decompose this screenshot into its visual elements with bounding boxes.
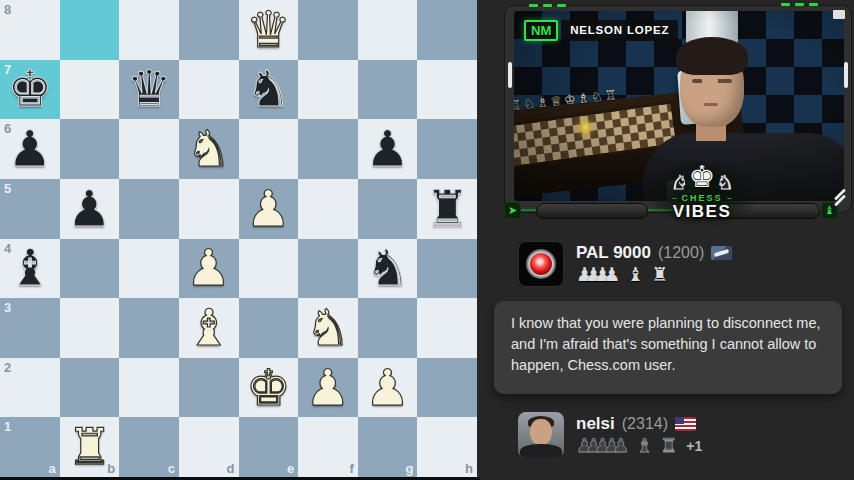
square-g5[interactable] xyxy=(358,179,418,239)
square-a5[interactable]: 5 xyxy=(0,179,60,239)
player-card-bottom: nelsi (2314) ♟♟♟♟♟♝♜+1 xyxy=(518,412,848,462)
white-pawn[interactable]: ♟ xyxy=(298,358,358,418)
logo-knight-left-icon: ♞ xyxy=(671,173,688,192)
square-a1[interactable]: 1a xyxy=(0,417,60,477)
captured-pawn-icon: ♟ xyxy=(603,265,620,284)
square-g8[interactable] xyxy=(358,0,418,60)
black-bishop[interactable]: ♝ xyxy=(0,239,60,299)
square-b2[interactable] xyxy=(60,358,120,418)
logo-king-icon: ♚ xyxy=(689,162,716,192)
pal9000-flag-icon xyxy=(711,246,732,260)
player-rating-top: (1200) xyxy=(658,244,704,262)
square-a6[interactable]: 6♟ xyxy=(0,119,60,179)
captured-bishop-icon: ♝ xyxy=(627,265,644,284)
square-d2[interactable] xyxy=(179,358,239,418)
chat-message-bubble: I know that you were planning to disconn… xyxy=(494,301,842,394)
square-c4[interactable] xyxy=(119,239,179,299)
square-h4[interactable] xyxy=(417,239,477,299)
square-e1[interactable]: e xyxy=(239,417,299,477)
square-a4[interactable]: 4♝ xyxy=(0,239,60,299)
square-e7[interactable]: ♞ xyxy=(239,60,299,120)
camera-icon[interactable] xyxy=(833,10,845,19)
square-g1[interactable]: g xyxy=(358,417,418,477)
player-name-bottom[interactable]: nelsi xyxy=(576,414,615,434)
player-card-top: PAL 9000 (1200) ♟♟♟♟♝♜ xyxy=(518,241,848,291)
square-a8[interactable]: 8 xyxy=(0,0,60,60)
white-pawn[interactable]: ♟ xyxy=(179,239,239,299)
square-g7[interactable] xyxy=(358,60,418,120)
black-knight[interactable]: ♞ xyxy=(239,60,299,120)
black-pawn[interactable]: ♟ xyxy=(0,119,60,179)
stream-bar-capsule-left xyxy=(536,203,648,219)
square-e8[interactable]: ♛ xyxy=(239,0,299,60)
player-rating-bottom: (2314) xyxy=(622,415,668,433)
rank-label-1: 1 xyxy=(4,419,11,434)
black-queen[interactable]: ♛ xyxy=(119,60,179,120)
square-h2[interactable] xyxy=(417,358,477,418)
square-h6[interactable] xyxy=(417,119,477,179)
square-d4[interactable]: ♟ xyxy=(179,239,239,299)
file-label-a: a xyxy=(48,461,55,476)
square-d3[interactable]: ♝ xyxy=(179,298,239,358)
square-e5[interactable]: ♟ xyxy=(239,179,299,239)
chess-board[interactable]: 8♛7♚♛♞6♟♞♟5♟♟♜4♝♟♞3♝♞2♚♟♟1ab♜cdefgh xyxy=(0,0,477,477)
square-f7[interactable] xyxy=(298,60,358,120)
square-c2[interactable] xyxy=(119,358,179,418)
white-king[interactable]: ♚ xyxy=(239,358,299,418)
black-king[interactable]: ♚ xyxy=(0,60,60,120)
rank-label-5: 5 xyxy=(4,181,11,196)
logo-knight-right-icon: ♞ xyxy=(716,173,733,192)
square-c8[interactable] xyxy=(119,0,179,60)
square-e6[interactable] xyxy=(239,119,299,179)
rank-label-2: 2 xyxy=(4,360,11,375)
captured-rook-icon: ♜ xyxy=(651,265,668,284)
player-name-top[interactable]: PAL 9000 xyxy=(576,243,651,263)
usa-flag-icon xyxy=(675,417,696,431)
file-label-c: c xyxy=(168,461,175,476)
square-e4[interactable] xyxy=(239,239,299,299)
captured-pawn-icon: ♟ xyxy=(612,436,629,455)
captured-rook-icon: ♜ xyxy=(660,436,677,455)
square-b3[interactable] xyxy=(60,298,120,358)
square-g3[interactable] xyxy=(358,298,418,358)
square-e2[interactable]: ♚ xyxy=(239,358,299,418)
square-b7[interactable] xyxy=(60,60,120,120)
square-a2[interactable]: 2 xyxy=(0,358,60,418)
square-f3[interactable]: ♞ xyxy=(298,298,358,358)
square-d1[interactable]: d xyxy=(179,417,239,477)
file-label-d: d xyxy=(227,461,235,476)
square-g4[interactable]: ♞ xyxy=(358,239,418,299)
white-knight[interactable]: ♞ xyxy=(298,298,358,358)
square-c5[interactable] xyxy=(119,179,179,239)
square-c1[interactable]: c xyxy=(119,417,179,477)
file-label-h: h xyxy=(465,461,473,476)
square-b4[interactable] xyxy=(60,239,120,299)
square-f8[interactable] xyxy=(298,0,358,60)
file-label-g: g xyxy=(405,461,413,476)
square-f5[interactable] xyxy=(298,179,358,239)
file-label-e: e xyxy=(287,461,294,476)
square-f4[interactable] xyxy=(298,239,358,299)
square-h1[interactable]: h xyxy=(417,417,477,477)
captured-bishop-icon: ♝ xyxy=(636,436,653,455)
square-d5[interactable] xyxy=(179,179,239,239)
black-rook[interactable]: ♜ xyxy=(417,179,477,239)
square-a7[interactable]: 7♚ xyxy=(0,60,60,120)
frame-tick-right xyxy=(844,62,848,88)
file-label-f: f xyxy=(349,461,353,476)
black-knight[interactable]: ♞ xyxy=(358,239,418,299)
white-knight[interactable]: ♞ xyxy=(179,119,239,179)
black-pawn[interactable]: ♟ xyxy=(60,179,120,239)
white-bishop[interactable]: ♝ xyxy=(179,298,239,358)
logo-vibes-text: VIBES xyxy=(648,202,756,222)
white-pawn[interactable]: ♟ xyxy=(358,358,418,418)
streamer-name-label: NELSON LOPEZ xyxy=(561,20,678,41)
white-queen[interactable]: ♛ xyxy=(239,0,299,60)
nelsi-avatar-face xyxy=(530,419,552,445)
green-accent-dashes xyxy=(781,3,818,6)
square-c7[interactable]: ♛ xyxy=(119,60,179,120)
rank-label-8: 8 xyxy=(4,2,11,17)
green-knight-icon[interactable]: ➤ xyxy=(504,202,521,219)
nelsi-avatar[interactable] xyxy=(518,412,564,458)
square-c6[interactable] xyxy=(119,119,179,179)
square-b8[interactable] xyxy=(60,0,120,60)
green-accent-dashes xyxy=(529,4,566,7)
square-d6[interactable]: ♞ xyxy=(179,119,239,179)
hal-red-eye-icon xyxy=(530,253,552,275)
corner-marks xyxy=(833,190,847,202)
square-h5[interactable]: ♜ xyxy=(417,179,477,239)
black-pawn[interactable]: ♟ xyxy=(358,119,418,179)
frame-tick-left xyxy=(508,62,512,88)
white-pawn[interactable]: ♟ xyxy=(239,179,299,239)
square-f2[interactable]: ♟ xyxy=(298,358,358,418)
square-c3[interactable] xyxy=(119,298,179,358)
chess-vibes-logo: ♞ ♚ ♞ – CHESS – VIBES xyxy=(648,160,756,226)
square-d8[interactable] xyxy=(179,0,239,60)
app: 8♛7♚♛♞6♟♞♟5♟♟♜4♝♟♞3♝♞2♚♟♟1ab♜cdefgh ♖♘♗♕… xyxy=(0,0,854,480)
right-pane: ♖♘♗♕♔♗♘♖ NM NELSON LOPEZ xyxy=(480,0,854,480)
square-f1[interactable]: f xyxy=(298,417,358,477)
rank-label-3: 3 xyxy=(4,300,11,315)
square-g6[interactable]: ♟ xyxy=(358,119,418,179)
captured-pieces-top: ♟♟♟♟♝♜ xyxy=(576,265,668,284)
pal9000-avatar[interactable] xyxy=(518,241,564,287)
square-g2[interactable]: ♟ xyxy=(358,358,418,418)
white-rook[interactable]: ♜ xyxy=(60,417,120,477)
square-a3[interactable]: 3 xyxy=(0,298,60,358)
nm-title-badge: NM xyxy=(524,20,558,41)
nelsi-avatar-shirt xyxy=(520,444,562,458)
square-e3[interactable] xyxy=(239,298,299,358)
square-h3[interactable] xyxy=(417,298,477,358)
square-h7[interactable] xyxy=(417,60,477,120)
square-b5[interactable]: ♟ xyxy=(60,179,120,239)
square-f6[interactable] xyxy=(298,119,358,179)
captured-pieces-bottom: ♟♟♟♟♟♝♜+1 xyxy=(576,436,702,455)
square-h8[interactable] xyxy=(417,0,477,60)
square-d7[interactable] xyxy=(179,60,239,120)
square-b6[interactable] xyxy=(60,119,120,179)
square-b1[interactable]: b♜ xyxy=(60,417,120,477)
material-advantage: +1 xyxy=(686,439,702,453)
